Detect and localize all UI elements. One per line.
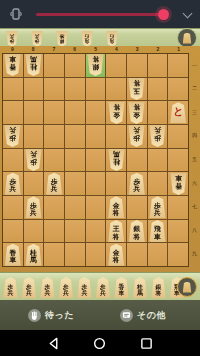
slider-knob[interactable] xyxy=(158,9,169,20)
sente-piece-stand-button[interactable] xyxy=(177,277,197,297)
sente-piece-桂馬[interactable]: 桂馬 xyxy=(133,277,148,298)
square-8-2[interactable] xyxy=(24,78,44,101)
square-7-9[interactable] xyxy=(44,243,64,266)
square-4-9[interactable]: 金将 xyxy=(106,243,126,266)
square-1-5[interactable] xyxy=(168,149,188,172)
square-7-8[interactable] xyxy=(44,220,64,243)
square-8-6[interactable] xyxy=(24,172,44,195)
square-3-2[interactable]: 玉将 xyxy=(127,78,147,101)
square-5-6[interactable] xyxy=(86,172,106,195)
square-3-1[interactable] xyxy=(127,54,147,77)
sente-piece-歩兵[interactable]: 歩兵 xyxy=(128,173,145,195)
gote-piece-歩兵[interactable]: 歩兵 xyxy=(6,31,18,47)
file-label: 8 xyxy=(23,46,44,53)
square-5-4[interactable] xyxy=(86,125,106,148)
square-4-4[interactable] xyxy=(106,125,126,148)
board-grid: 香車桂馬銀将玉将金将金将と歩兵歩兵歩兵歩兵桂馬歩兵歩兵歩兵香車歩兵金将歩兵王将銀… xyxy=(2,53,189,267)
rank-label: 四 xyxy=(189,124,200,148)
chevron-down-icon[interactable] xyxy=(184,10,192,18)
square-9-4[interactable]: 歩兵 xyxy=(3,125,23,148)
square-7-4[interactable] xyxy=(44,125,64,148)
file-label: 9 xyxy=(2,46,23,53)
sente-piece-桂馬[interactable]: 桂馬 xyxy=(25,244,42,266)
square-5-3[interactable] xyxy=(86,101,106,124)
square-1-9[interactable] xyxy=(168,243,188,266)
square-2-9[interactable] xyxy=(148,243,168,266)
sente-piece-歩兵[interactable]: 歩兵 xyxy=(77,277,92,298)
square-2-1[interactable] xyxy=(148,54,168,77)
square-6-2[interactable] xyxy=(65,78,85,101)
square-1-2[interactable] xyxy=(168,78,188,101)
square-3-9[interactable] xyxy=(127,243,147,266)
rank-label: 七 xyxy=(189,194,200,218)
file-label: 4 xyxy=(106,46,127,53)
sente-piece-歩兵[interactable]: 歩兵 xyxy=(25,196,42,218)
hand-icon xyxy=(28,309,41,322)
square-4-1[interactable] xyxy=(106,54,126,77)
square-7-2[interactable] xyxy=(44,78,64,101)
undo-label: 待った xyxy=(45,309,74,322)
rank-label: 六 xyxy=(189,171,200,195)
square-8-9[interactable]: 桂馬 xyxy=(24,243,44,266)
rank-label: 一 xyxy=(189,53,200,77)
square-3-7[interactable] xyxy=(127,196,147,219)
other-label: その他 xyxy=(137,309,166,322)
gote-piece-角行[interactable]: 角行 xyxy=(106,31,118,47)
square-7-5[interactable] xyxy=(44,149,64,172)
gote-piece-金将[interactable]: 金将 xyxy=(108,102,125,124)
square-1-6[interactable]: 香車 xyxy=(168,172,188,195)
square-1-3[interactable]: と xyxy=(168,101,188,124)
square-9-6[interactable]: 歩兵 xyxy=(3,172,23,195)
square-6-1[interactable] xyxy=(65,54,85,77)
square-9-5[interactable] xyxy=(3,149,23,172)
rank-label: 三 xyxy=(189,100,200,124)
square-6-7[interactable] xyxy=(65,196,85,219)
gote-piece-金将[interactable]: 金将 xyxy=(128,102,145,124)
phone-screen: 歩兵歩兵銀将角行角行 987654321 一二三四五六七八九 香車桂馬銀将玉将金… xyxy=(0,0,200,356)
rank-label: 二 xyxy=(189,77,200,101)
square-2-3[interactable] xyxy=(148,101,168,124)
sente-piece-歩兵[interactable]: 歩兵 xyxy=(96,277,111,298)
gote-hand-tray: 歩兵歩兵銀将角行角行 xyxy=(0,28,200,48)
gote-hand-pieces: 歩兵歩兵銀将角行角行 xyxy=(6,31,118,47)
square-9-3[interactable] xyxy=(3,101,23,124)
square-8-5[interactable]: 歩兵 xyxy=(24,149,44,172)
sente-piece-王将[interactable]: 王将 xyxy=(108,220,125,242)
square-8-7[interactable]: 歩兵 xyxy=(24,196,44,219)
square-6-3[interactable] xyxy=(65,101,85,124)
square-8-1[interactable]: 桂馬 xyxy=(24,54,44,77)
square-2-4[interactable]: 歩兵 xyxy=(148,125,168,148)
square-1-7[interactable] xyxy=(168,196,188,219)
square-5-2[interactable] xyxy=(86,78,106,101)
square-3-4[interactable]: 歩兵 xyxy=(127,125,147,148)
square-7-1[interactable] xyxy=(44,54,64,77)
square-7-6[interactable]: 歩兵 xyxy=(44,172,64,195)
square-3-6[interactable]: 歩兵 xyxy=(127,172,147,195)
gote-piece-stand-button[interactable] xyxy=(177,28,197,48)
square-5-7[interactable] xyxy=(86,196,106,219)
square-4-8[interactable]: 王将 xyxy=(106,220,126,243)
square-2-8[interactable]: 飛車 xyxy=(148,220,168,243)
file-label: 6 xyxy=(64,46,85,53)
undo-button[interactable]: 待った xyxy=(28,300,74,330)
gote-piece-歩兵[interactable]: 歩兵 xyxy=(25,149,42,171)
square-5-9[interactable] xyxy=(86,243,106,266)
square-6-8[interactable] xyxy=(65,220,85,243)
file-label: 3 xyxy=(127,46,148,53)
other-button[interactable]: その他 xyxy=(120,300,166,330)
gote-piece-桂馬[interactable]: 桂馬 xyxy=(108,149,125,171)
rank-label: 五 xyxy=(189,147,200,171)
square-4-5[interactable]: 桂馬 xyxy=(106,149,126,172)
square-9-9[interactable]: 香車 xyxy=(3,243,23,266)
square-5-5[interactable] xyxy=(86,149,106,172)
bottom-bar: 待った その他 xyxy=(0,300,200,330)
sente-hand-tray: 歩兵歩兵歩兵歩兵歩兵歩兵香車桂馬銀将飛車 xyxy=(0,272,200,302)
sente-piece-銀将[interactable]: 銀将 xyxy=(128,220,145,242)
top-bar xyxy=(0,0,200,28)
nav-home-button[interactable] xyxy=(93,337,106,350)
sente-piece-金将[interactable]: 金将 xyxy=(108,244,125,266)
sente-piece-歩兵[interactable]: 歩兵 xyxy=(3,277,18,298)
square-4-6[interactable] xyxy=(106,172,126,195)
gote-piece-歩兵[interactable]: 歩兵 xyxy=(128,125,145,147)
sente-piece-歩兵[interactable]: 歩兵 xyxy=(46,173,63,195)
square-3-5[interactable] xyxy=(127,149,147,172)
file-label: 7 xyxy=(44,46,65,53)
slider-track[interactable] xyxy=(36,13,166,16)
square-9-7[interactable] xyxy=(3,196,23,219)
gote-piece-香車[interactable]: 香車 xyxy=(4,54,21,76)
square-5-8[interactable] xyxy=(86,220,106,243)
square-8-4[interactable] xyxy=(24,125,44,148)
square-1-4[interactable] xyxy=(168,125,188,148)
file-label: 5 xyxy=(85,46,106,53)
square-1-1[interactable] xyxy=(168,54,188,77)
square-9-1[interactable]: 香車 xyxy=(3,54,23,77)
gote-piece-歩兵[interactable]: 歩兵 xyxy=(31,31,43,47)
square-6-9[interactable] xyxy=(65,243,85,266)
square-2-5[interactable] xyxy=(148,149,168,172)
file-label: 2 xyxy=(147,46,168,53)
square-2-2[interactable] xyxy=(148,78,168,101)
gote-piece-銀将[interactable]: 銀将 xyxy=(87,54,104,76)
square-3-3[interactable]: 金将 xyxy=(127,101,147,124)
file-labels: 987654321 xyxy=(2,46,189,53)
sente-piece-飛車[interactable]: 飛車 xyxy=(149,220,166,242)
sente-piece-と[interactable]: と xyxy=(170,102,187,123)
shogi-board: 987654321 一二三四五六七八九 香車桂馬銀将玉将金将金将と歩兵歩兵歩兵歩… xyxy=(0,46,200,272)
sente-piece-金将[interactable]: 金将 xyxy=(108,196,125,218)
square-9-8[interactable] xyxy=(3,220,23,243)
square-7-3[interactable] xyxy=(44,101,64,124)
sente-piece-歩兵[interactable]: 歩兵 xyxy=(59,277,74,298)
file-label: 1 xyxy=(168,46,189,53)
square-4-7[interactable]: 金将 xyxy=(106,196,126,219)
gote-piece-歩兵[interactable]: 歩兵 xyxy=(4,125,21,147)
sente-piece-歩兵[interactable]: 歩兵 xyxy=(22,277,37,298)
sente-piece-香車[interactable]: 香車 xyxy=(114,277,129,298)
sente-piece-歩兵[interactable]: 歩兵 xyxy=(4,173,21,195)
square-7-7[interactable] xyxy=(44,196,64,219)
square-6-6[interactable] xyxy=(65,172,85,195)
rank-labels: 一二三四五六七八九 xyxy=(189,53,200,265)
square-4-3[interactable]: 金将 xyxy=(106,101,126,124)
chat-icon xyxy=(120,309,133,322)
sente-piece-歩兵[interactable]: 歩兵 xyxy=(149,196,166,218)
gote-piece-歩兵[interactable]: 歩兵 xyxy=(149,125,166,147)
square-1-8[interactable] xyxy=(168,220,188,243)
square-6-5[interactable] xyxy=(65,149,85,172)
rank-label: 九 xyxy=(189,242,200,266)
gote-piece-桂馬[interactable]: 桂馬 xyxy=(25,54,42,76)
nav-recents-button[interactable] xyxy=(140,337,153,350)
sente-piece-香車[interactable]: 香車 xyxy=(4,244,21,266)
screen-rotate-icon[interactable] xyxy=(9,8,23,20)
square-4-2[interactable] xyxy=(106,78,126,101)
square-8-8[interactable] xyxy=(24,220,44,243)
nav-back-button[interactable] xyxy=(47,337,60,350)
sente-piece-歩兵[interactable]: 歩兵 xyxy=(40,277,55,298)
square-3-8[interactable]: 銀将 xyxy=(127,220,147,243)
gote-piece-香車[interactable]: 香車 xyxy=(170,173,187,195)
gote-piece-玉将[interactable]: 玉将 xyxy=(128,78,145,100)
sente-piece-銀将[interactable]: 銀将 xyxy=(151,277,166,298)
gote-piece-銀将[interactable]: 銀将 xyxy=(56,31,68,47)
piece-stand-icon xyxy=(183,282,192,293)
android-nav-bar xyxy=(0,330,200,356)
square-2-6[interactable] xyxy=(148,172,168,195)
square-6-4[interactable] xyxy=(65,125,85,148)
piece-stand-icon xyxy=(183,33,192,44)
gote-piece-角行[interactable]: 角行 xyxy=(81,31,93,47)
square-8-3[interactable] xyxy=(24,101,44,124)
square-2-7[interactable]: 歩兵 xyxy=(148,196,168,219)
square-9-2[interactable] xyxy=(3,78,23,101)
square-5-1[interactable]: 銀将 xyxy=(86,54,106,77)
move-slider[interactable] xyxy=(36,8,176,20)
sente-hand-pieces: 歩兵歩兵歩兵歩兵歩兵歩兵香車桂馬銀将飛車 xyxy=(3,277,185,298)
rank-label: 八 xyxy=(189,218,200,242)
